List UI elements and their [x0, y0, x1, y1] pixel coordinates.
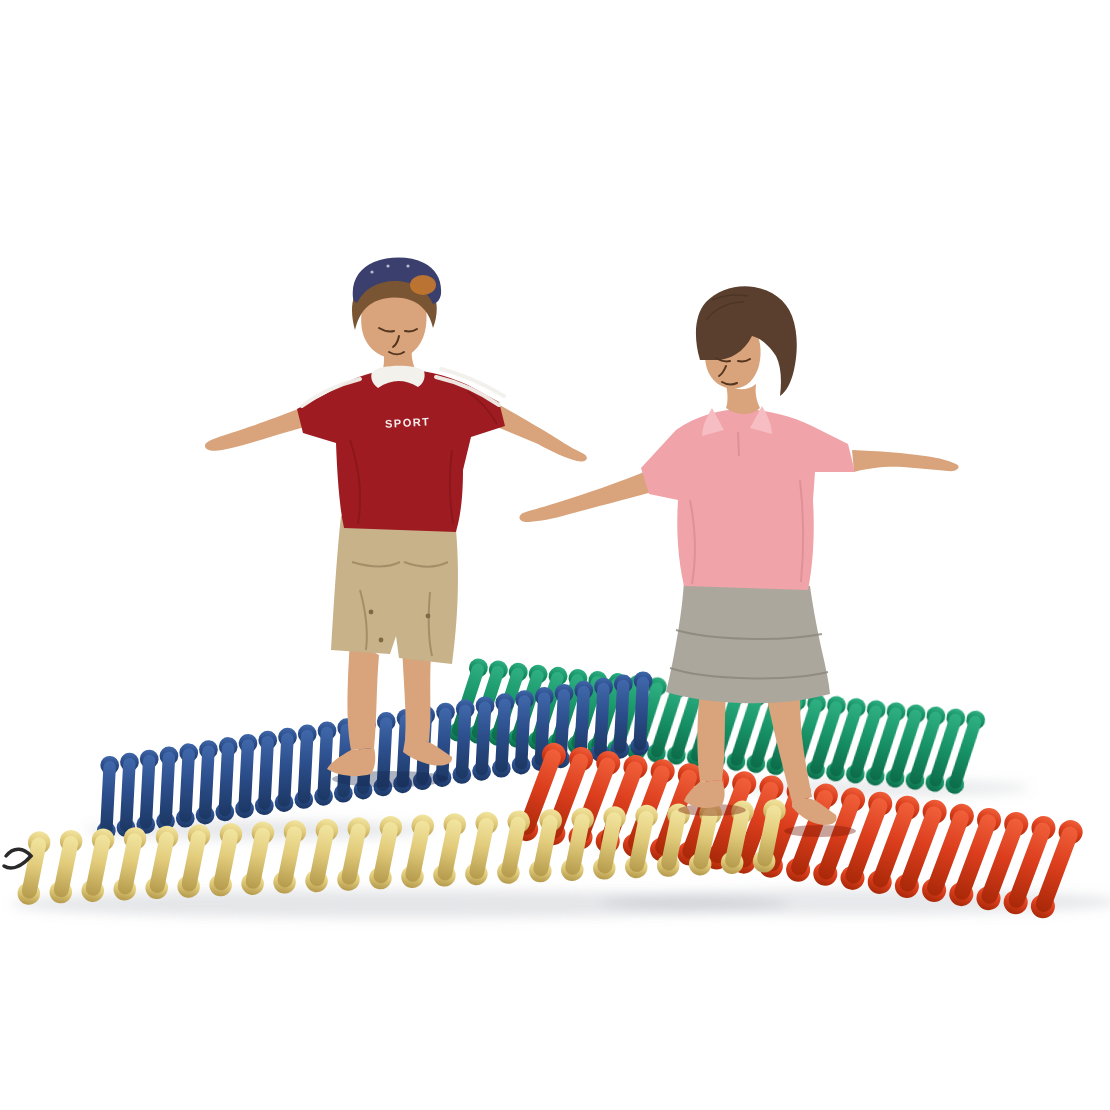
studio-background — [0, 0, 1110, 1110]
boy-shirt-text: SPORT — [385, 415, 431, 429]
girl-right-foot-shadow — [784, 825, 856, 837]
girl-skirt — [666, 582, 830, 703]
product-photo: SPORT — [0, 0, 1110, 1110]
girl-left-leg — [697, 690, 726, 782]
scene-svg: SPORT — [0, 0, 1110, 1110]
boy-bandana-pattern — [410, 275, 436, 295]
boy-left-leg — [348, 640, 380, 750]
